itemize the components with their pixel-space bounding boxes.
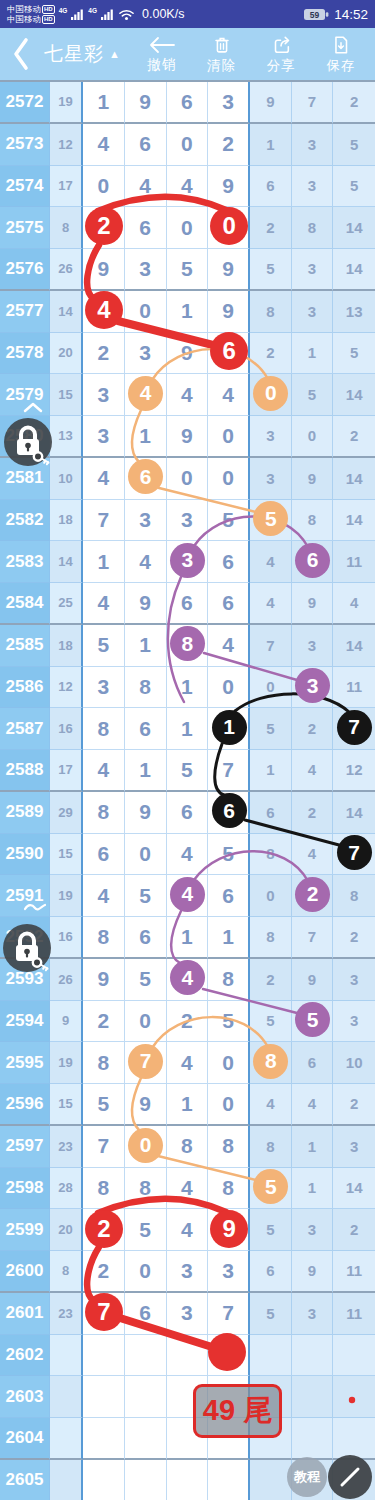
digit-cell: 6 xyxy=(125,207,167,249)
draw-pen-button[interactable] xyxy=(328,1455,372,1499)
digit-cell: 4 xyxy=(83,124,125,166)
period-cell: 2605 xyxy=(0,1460,50,1500)
save-button[interactable]: 保存 xyxy=(315,34,367,75)
stat-cell: 8 xyxy=(292,207,334,249)
digit-cell: 5 xyxy=(208,1001,250,1043)
stat-cell: 14 xyxy=(333,374,375,416)
hd-badge: HD xyxy=(42,5,55,14)
stat-cell: 5 xyxy=(333,166,375,208)
tail-annotation-label: 49 尾 xyxy=(193,1384,282,1438)
digit-cell: 9 xyxy=(125,82,167,124)
share-icon xyxy=(270,34,292,56)
period-cell: 2574 xyxy=(0,166,50,208)
stat-cell: 2 xyxy=(250,207,292,249)
undo-arrow-icon xyxy=(147,35,177,55)
stat-cell: 1 xyxy=(292,1168,334,1210)
digit-cell: 4 xyxy=(83,458,125,500)
period-cell: 2589 xyxy=(0,792,50,834)
period-cell: 2596 xyxy=(0,1084,50,1126)
stat-cell: 5 xyxy=(250,708,292,750)
stat-cell: 2 xyxy=(333,416,375,458)
digit-cell: 9 xyxy=(208,249,250,291)
period-cell: 2572 xyxy=(0,82,50,124)
carrier-label: 中国移动HD 中国移动HD xyxy=(7,4,55,24)
stat-cell: 11 xyxy=(333,541,375,583)
digit-cell: 6 xyxy=(125,708,167,750)
network-type-label: 4G xyxy=(59,7,68,14)
digit-cell: 6 xyxy=(167,792,209,834)
digit-cell: 8 xyxy=(83,708,125,750)
stat-cell xyxy=(292,1335,334,1377)
digit-cell: 5 xyxy=(167,750,209,792)
period-cell: 2573 xyxy=(0,124,50,166)
stat-cell: 3 xyxy=(292,249,334,291)
sum-cell xyxy=(50,1376,83,1418)
stat-cell: 3 xyxy=(292,625,334,667)
digit-cell: 4 xyxy=(167,959,209,1001)
network-type-label: 4G xyxy=(88,7,97,14)
stat-cell: 3 xyxy=(292,124,334,166)
digit-cell: 9 xyxy=(125,792,167,834)
digit-cell: 4 xyxy=(125,166,167,208)
stat-cell: 4 xyxy=(292,1084,334,1126)
period-cell: 2576 xyxy=(0,249,50,291)
digit-cell: 0 xyxy=(167,458,209,500)
digit-cell: 3 xyxy=(125,249,167,291)
period-cell: 2594 xyxy=(0,1001,50,1043)
period-cell: 2577 xyxy=(0,291,50,333)
stat-cell: 8 xyxy=(292,500,334,542)
stat-cell: 3 xyxy=(333,1126,375,1168)
digit-cell: 3 xyxy=(125,500,167,542)
stat-cell: 3 xyxy=(333,1001,375,1043)
clear-button[interactable]: 清除 xyxy=(196,34,248,75)
period-cell: 2600 xyxy=(0,1251,50,1293)
sum-cell: 16 xyxy=(50,917,83,959)
share-button[interactable]: 分享 xyxy=(255,34,307,75)
stat-cell: 6 xyxy=(250,166,292,208)
digit-cell: 1 xyxy=(83,82,125,124)
sum-cell: 18 xyxy=(50,625,83,667)
period-cell: 2588 xyxy=(0,750,50,792)
stat-cell: 6 xyxy=(292,1042,334,1084)
digit-cell: 1 xyxy=(125,625,167,667)
stat-cell: 14 xyxy=(333,207,375,249)
sum-cell xyxy=(50,1418,83,1460)
digit-cell: 6 xyxy=(208,583,250,625)
digit-cell: 5 xyxy=(125,1209,167,1251)
digit-cell: 8 xyxy=(83,1168,125,1210)
digit-cell xyxy=(125,1418,167,1460)
digit-cell: 5 xyxy=(167,249,209,291)
stat-cell: 11 xyxy=(333,1251,375,1293)
period-cell: 2578 xyxy=(0,333,50,375)
stat-cell xyxy=(292,1418,334,1460)
sum-cell: 19 xyxy=(50,1042,83,1084)
digit-cell: 4 xyxy=(208,374,250,416)
sum-cell: 14 xyxy=(50,541,83,583)
sum-cell: 10 xyxy=(50,458,83,500)
digit-cell: 4 xyxy=(167,834,209,876)
digit-cell: 0 xyxy=(208,667,250,709)
period-cell: 2599 xyxy=(0,1209,50,1251)
stat-cell: 7 xyxy=(250,625,292,667)
digit-cell: 4 xyxy=(83,875,125,917)
pencil-icon xyxy=(338,1465,362,1489)
digit-cell: 9 xyxy=(167,333,209,375)
digit-cell: 4 xyxy=(208,625,250,667)
digit-cell: 4 xyxy=(167,1042,209,1084)
stat-cell: 7 xyxy=(292,917,334,959)
digit-cell: 1 xyxy=(167,708,209,750)
digit-cell: 0 xyxy=(208,207,250,249)
period-cell: 2585 xyxy=(0,625,50,667)
digit-cell: 8 xyxy=(83,1042,125,1084)
digit-cell: 6 xyxy=(208,792,250,834)
tutorial-button[interactable]: 教程 xyxy=(287,1457,327,1497)
stat-cell: 14 xyxy=(333,625,375,667)
sum-cell: 26 xyxy=(50,959,83,1001)
digit-cell: 1 xyxy=(167,1084,209,1126)
wifi-icon xyxy=(118,8,135,21)
stat-cell: 5 xyxy=(250,1168,292,1210)
digit-cell: 5 xyxy=(208,500,250,542)
digit-cell: 3 xyxy=(167,1251,209,1293)
digit-cell: 1 xyxy=(167,291,209,333)
digit-cell: 5 xyxy=(208,834,250,876)
digit-cell: 7 xyxy=(125,1042,167,1084)
digit-cell: 5 xyxy=(125,875,167,917)
digit-cell: 3 xyxy=(167,541,209,583)
stat-cell: 5 xyxy=(250,1209,292,1251)
stat-cell: 5 xyxy=(250,1001,292,1043)
digit-cell: 4 xyxy=(125,541,167,583)
stat-cell: 2 xyxy=(292,875,334,917)
stat-cell: 9 xyxy=(292,458,334,500)
digit-cell: 4 xyxy=(83,750,125,792)
period-cell: 2579 xyxy=(0,374,50,416)
period-cell: 2575 xyxy=(0,207,50,249)
digit-cell: 6 xyxy=(83,834,125,876)
digit-cell: 5 xyxy=(83,1084,125,1126)
stat-cell xyxy=(250,1460,292,1500)
hd-badge: HD xyxy=(42,15,55,24)
digit-cell xyxy=(208,1335,250,1377)
sum-cell: 20 xyxy=(50,1209,83,1251)
stat-cell: 3 xyxy=(292,166,334,208)
sum-cell: 9 xyxy=(50,1001,83,1043)
sum-cell: 19 xyxy=(50,875,83,917)
digit-cell: 3 xyxy=(83,374,125,416)
digit-cell: 0 xyxy=(125,291,167,333)
digit-cell: 5 xyxy=(125,959,167,1001)
stat-cell xyxy=(333,1335,375,1377)
digit-cell: 6 xyxy=(125,458,167,500)
stat-cell: 1 xyxy=(250,124,292,166)
stat-cell: 4 xyxy=(292,750,334,792)
digit-cell: 1 xyxy=(125,750,167,792)
stat-cell: 3 xyxy=(292,667,334,709)
stat-cell xyxy=(250,1335,292,1377)
digit-cell: 3 xyxy=(208,1251,250,1293)
digit-cell: 8 xyxy=(83,792,125,834)
stat-cell: 9 xyxy=(250,82,292,124)
sum-cell: 26 xyxy=(50,249,83,291)
stat-cell: 6 xyxy=(250,1251,292,1293)
stat-cell: 4 xyxy=(333,583,375,625)
lock-button[interactable] xyxy=(2,923,52,973)
stat-cell: 2 xyxy=(292,708,334,750)
digit-cell: 0 xyxy=(208,1084,250,1126)
digit-cell: 4 xyxy=(83,291,125,333)
digit-cell: 9 xyxy=(125,583,167,625)
stat-cell: 7 xyxy=(333,708,375,750)
digit-cell: 2 xyxy=(83,1209,125,1251)
stat-cell xyxy=(333,1376,375,1418)
stat-cell: 5 xyxy=(292,374,334,416)
stat-cell: 4 xyxy=(250,1084,292,1126)
digit-cell: 9 xyxy=(83,959,125,1001)
sum-cell: 16 xyxy=(50,708,83,750)
digit-cell: 8 xyxy=(208,1126,250,1168)
digit-cell: 3 xyxy=(208,82,250,124)
digit-cell: 4 xyxy=(167,1168,209,1210)
stat-cell: 4 xyxy=(292,834,334,876)
period-cell: 2587 xyxy=(0,708,50,750)
sum-cell: 20 xyxy=(50,333,83,375)
stat-cell: 5 xyxy=(333,333,375,375)
digit-cell: 8 xyxy=(125,667,167,709)
sum-cell: 8 xyxy=(50,207,83,249)
digit-cell: 1 xyxy=(167,917,209,959)
page-title: 七星彩 xyxy=(44,41,104,67)
digit-cell: 0 xyxy=(125,1126,167,1168)
sum-cell: 15 xyxy=(50,834,83,876)
digit-cell: 0 xyxy=(167,207,209,249)
sum-cell: 8 xyxy=(50,1251,83,1293)
battery-icon: 59 xyxy=(303,8,330,21)
digit-cell: 1 xyxy=(83,541,125,583)
digit-cell: 2 xyxy=(83,207,125,249)
stat-cell: 14 xyxy=(333,1168,375,1210)
stat-cell: 5 xyxy=(333,124,375,166)
period-cell: 2583 xyxy=(0,541,50,583)
sum-cell: 18 xyxy=(50,500,83,542)
signal-icon xyxy=(101,9,114,20)
stat-cell: 10 xyxy=(333,1042,375,1084)
digit-cell: 3 xyxy=(83,416,125,458)
digit-cell: 6 xyxy=(167,583,209,625)
digit-cell: 2 xyxy=(83,1001,125,1043)
stat-cell: 12 xyxy=(333,750,375,792)
digit-cell: 1 xyxy=(208,917,250,959)
period-cell: 2591 xyxy=(0,875,50,917)
digit-cell: 6 xyxy=(125,124,167,166)
digit-cell: 3 xyxy=(167,500,209,542)
digit-cell: 3 xyxy=(125,333,167,375)
sum-cell: 15 xyxy=(50,374,83,416)
trend-table[interactable]: 2572191963972257312460213525741704496352… xyxy=(0,80,375,1500)
stat-cell: 7 xyxy=(333,834,375,876)
stat-cell: 8 xyxy=(333,875,375,917)
sum-cell: 15 xyxy=(50,1084,83,1126)
digit-cell: 0 xyxy=(83,166,125,208)
status-bar: 中国移动HD 中国移动HD 4G 4G 0.00K/s xyxy=(0,0,375,28)
digit-cell: 8 xyxy=(208,959,250,1001)
stat-cell xyxy=(292,1376,334,1418)
stat-cell: 3 xyxy=(292,1293,334,1335)
digit-cell: 9 xyxy=(167,416,209,458)
digit-cell: 1 xyxy=(167,667,209,709)
stat-cell: 11 xyxy=(333,1293,375,1335)
digit-cell: 9 xyxy=(208,291,250,333)
digit-cell: 4 xyxy=(167,1209,209,1251)
lock-button[interactable] xyxy=(3,417,53,467)
period-cell: 2604 xyxy=(0,1418,50,1460)
digit-cell: 1 xyxy=(208,708,250,750)
stat-cell: 4 xyxy=(250,541,292,583)
undo-button[interactable]: 撤销 xyxy=(136,35,188,74)
digit-cell: 4 xyxy=(167,166,209,208)
stat-cell: 3 xyxy=(333,959,375,1001)
nav-bar: 七星彩 ▲ 撤销 清除 xyxy=(0,28,375,80)
digit-cell xyxy=(83,1460,125,1500)
period-cell: 2584 xyxy=(0,583,50,625)
digit-cell xyxy=(167,1460,209,1500)
digit-cell: 8 xyxy=(125,1168,167,1210)
stat-cell: 0 xyxy=(250,667,292,709)
digit-cell: 4 xyxy=(167,875,209,917)
digit-cell: 9 xyxy=(208,1209,250,1251)
digit-cell: 7 xyxy=(83,500,125,542)
back-button[interactable] xyxy=(8,32,34,76)
period-cell: 2602 xyxy=(0,1335,50,1377)
digit-cell: 7 xyxy=(208,1293,250,1335)
digit-cell: 6 xyxy=(125,917,167,959)
lottery-type-dropdown[interactable]: 七星彩 ▲ xyxy=(44,41,120,67)
stat-cell: 9 xyxy=(292,583,334,625)
stat-cell: 1 xyxy=(292,1126,334,1168)
stat-cell: 2 xyxy=(250,959,292,1001)
digit-cell xyxy=(167,1335,209,1377)
digit-cell: 0 xyxy=(125,834,167,876)
stat-cell: 0 xyxy=(250,875,292,917)
stat-cell: 14 xyxy=(333,500,375,542)
stat-cell: 4 xyxy=(250,583,292,625)
stat-cell: 0 xyxy=(292,416,334,458)
digit-cell: 6 xyxy=(208,333,250,375)
stat-cell: 9 xyxy=(292,1251,334,1293)
digit-cell xyxy=(83,1335,125,1377)
stat-cell: 3 xyxy=(292,1209,334,1251)
stat-cell: 8 xyxy=(250,834,292,876)
digit-cell: 4 xyxy=(125,374,167,416)
sum-cell: 14 xyxy=(50,291,83,333)
stat-cell: 1 xyxy=(292,333,334,375)
digit-cell xyxy=(83,1418,125,1460)
sum-cell: 17 xyxy=(50,750,83,792)
stat-cell xyxy=(333,1418,375,1460)
digit-cell: 9 xyxy=(83,249,125,291)
digit-cell: 6 xyxy=(208,541,250,583)
sum-cell: 23 xyxy=(50,1293,83,1335)
period-cell: 2582 xyxy=(0,500,50,542)
digit-cell xyxy=(125,1335,167,1377)
digit-cell: 2 xyxy=(167,1001,209,1043)
stat-cell: 2 xyxy=(292,792,334,834)
lock-key-icon xyxy=(2,923,52,973)
stat-cell: 2 xyxy=(333,1209,375,1251)
period-cell: 2595 xyxy=(0,1042,50,1084)
digit-cell: 0 xyxy=(125,1251,167,1293)
stat-cell: 6 xyxy=(292,541,334,583)
stat-cell: 2 xyxy=(333,82,375,124)
dropdown-up-icon: ▲ xyxy=(109,49,120,60)
clock: 14:52 xyxy=(334,7,368,22)
svg-text:59: 59 xyxy=(310,9,320,19)
digit-cell: 0 xyxy=(125,1001,167,1043)
stat-cell: 8 xyxy=(250,291,292,333)
stat-cell: 14 xyxy=(333,792,375,834)
stat-cell: 3 xyxy=(292,291,334,333)
sum-cell: 13 xyxy=(50,416,83,458)
digit-cell: 2 xyxy=(83,1251,125,1293)
stat-cell: 5 xyxy=(250,500,292,542)
digit-cell: 1 xyxy=(125,416,167,458)
digit-cell: 5 xyxy=(83,625,125,667)
stat-cell: 8 xyxy=(250,917,292,959)
digit-cell xyxy=(83,1376,125,1418)
digit-cell: 0 xyxy=(208,1042,250,1084)
stat-cell: 7 xyxy=(292,82,334,124)
period-cell: 2586 xyxy=(0,667,50,709)
save-file-icon xyxy=(330,34,352,56)
digit-cell: 8 xyxy=(167,1126,209,1168)
digit-cell: 8 xyxy=(167,625,209,667)
digit-cell: 8 xyxy=(83,917,125,959)
stat-cell: 14 xyxy=(333,458,375,500)
sum-cell: 28 xyxy=(50,1168,83,1210)
stat-cell: 5 xyxy=(250,1293,292,1335)
sum-cell: 25 xyxy=(50,583,83,625)
digit-cell: 7 xyxy=(208,750,250,792)
stat-cell: 0 xyxy=(250,374,292,416)
network-speed: 0.00K/s xyxy=(142,7,184,21)
digit-cell: 0 xyxy=(167,124,209,166)
period-cell: 2590 xyxy=(0,834,50,876)
stat-cell: 14 xyxy=(333,249,375,291)
back-chevron-icon xyxy=(11,36,31,72)
period-cell: 2601 xyxy=(0,1293,50,1335)
stat-cell: 11 xyxy=(333,667,375,709)
digit-cell: 8 xyxy=(208,1168,250,1210)
digit-cell: 3 xyxy=(167,1293,209,1335)
stat-cell: 3 xyxy=(250,458,292,500)
digit-cell: 6 xyxy=(167,82,209,124)
stat-cell: 8 xyxy=(250,1126,292,1168)
stat-cell: 3 xyxy=(250,416,292,458)
lock-key-icon xyxy=(3,417,53,467)
period-cell: 2597 xyxy=(0,1126,50,1168)
digit-cell: 0 xyxy=(208,416,250,458)
digit-cell: 9 xyxy=(208,166,250,208)
stat-cell: 5 xyxy=(250,249,292,291)
stat-cell: 2 xyxy=(250,333,292,375)
stat-cell: 5 xyxy=(292,1001,334,1043)
digit-cell: 6 xyxy=(208,875,250,917)
stat-cell: 13 xyxy=(333,291,375,333)
digit-cell: 7 xyxy=(83,1126,125,1168)
